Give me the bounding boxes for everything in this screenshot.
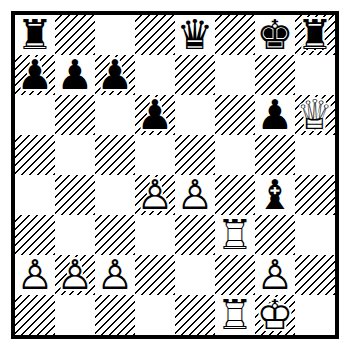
piece-black-rook[interactable]: ♜♜ <box>295 15 335 55</box>
square-d6[interactable]: ♟♟ <box>135 95 175 135</box>
piece-white-king[interactable]: ♚♔ <box>255 295 295 335</box>
square-h3[interactable] <box>295 215 335 255</box>
square-h5[interactable] <box>295 135 335 175</box>
square-e6[interactable] <box>175 95 215 135</box>
square-h8[interactable]: ♜♜ <box>295 15 335 55</box>
piece-glyph: ♕ <box>295 95 335 135</box>
square-f1[interactable]: ♜♖ <box>215 295 255 335</box>
square-e7[interactable] <box>175 55 215 95</box>
square-h6[interactable]: ♛♕ <box>295 95 335 135</box>
piece-black-queen[interactable]: ♛♛ <box>175 15 215 55</box>
square-a6[interactable] <box>15 95 55 135</box>
piece-black-pawn[interactable]: ♟♟ <box>255 95 295 135</box>
piece-black-king[interactable]: ♚♚ <box>255 15 295 55</box>
piece-glyph: ♟ <box>135 95 175 135</box>
piece-black-pawn[interactable]: ♟♟ <box>135 95 175 135</box>
piece-glyph: ♙ <box>95 255 135 295</box>
square-a2[interactable]: ♟♙ <box>15 255 55 295</box>
piece-black-pawn[interactable]: ♟♟ <box>15 55 55 95</box>
square-e3[interactable] <box>175 215 215 255</box>
square-e5[interactable] <box>175 135 215 175</box>
piece-glyph: ♙ <box>135 175 175 215</box>
square-a3[interactable] <box>15 215 55 255</box>
piece-glyph: ♙ <box>255 255 295 295</box>
square-d7[interactable] <box>135 55 175 95</box>
square-a4[interactable] <box>15 175 55 215</box>
square-f4[interactable] <box>215 175 255 215</box>
square-a1[interactable] <box>15 295 55 335</box>
square-a8[interactable]: ♜♜ <box>15 15 55 55</box>
piece-glyph: ♟ <box>95 55 135 95</box>
square-b8[interactable] <box>55 15 95 55</box>
piece-white-pawn[interactable]: ♟♙ <box>135 175 175 215</box>
square-b3[interactable] <box>55 215 95 255</box>
square-c6[interactable] <box>95 95 135 135</box>
square-d4[interactable]: ♟♙ <box>135 175 175 215</box>
piece-glyph: ♖ <box>215 215 255 255</box>
square-b2[interactable]: ♟♙ <box>55 255 95 295</box>
square-d5[interactable] <box>135 135 175 175</box>
square-c8[interactable] <box>95 15 135 55</box>
piece-white-pawn[interactable]: ♟♙ <box>55 255 95 295</box>
square-f5[interactable] <box>215 135 255 175</box>
square-f2[interactable] <box>215 255 255 295</box>
square-b6[interactable] <box>55 95 95 135</box>
square-g2[interactable]: ♟♙ <box>255 255 295 295</box>
square-b1[interactable] <box>55 295 95 335</box>
square-g1[interactable]: ♚♔ <box>255 295 295 335</box>
piece-glyph: ♝ <box>255 175 295 215</box>
square-b5[interactable] <box>55 135 95 175</box>
square-h4[interactable] <box>295 175 335 215</box>
piece-glyph: ♟ <box>255 95 295 135</box>
square-d1[interactable] <box>135 295 175 335</box>
piece-glyph: ♙ <box>55 255 95 295</box>
piece-glyph: ♛ <box>175 15 215 55</box>
piece-white-pawn[interactable]: ♟♙ <box>15 255 55 295</box>
square-c3[interactable] <box>95 215 135 255</box>
piece-glyph: ♙ <box>175 175 215 215</box>
square-f6[interactable] <box>215 95 255 135</box>
chess-board: ♜♜♛♛♚♚♜♜♟♟♟♟♟♟♟♟♟♟♛♕♟♙♟♙♝♝♜♖♟♙♟♙♟♙♟♙♜♖♚♔ <box>15 15 335 335</box>
square-c1[interactable] <box>95 295 135 335</box>
square-g6[interactable]: ♟♟ <box>255 95 295 135</box>
square-c4[interactable] <box>95 175 135 215</box>
square-g8[interactable]: ♚♚ <box>255 15 295 55</box>
piece-white-pawn[interactable]: ♟♙ <box>255 255 295 295</box>
piece-glyph: ♚ <box>255 15 295 55</box>
piece-glyph: ♔ <box>255 295 295 335</box>
square-e2[interactable] <box>175 255 215 295</box>
chess-diagram: ♜♜♛♛♚♚♜♜♟♟♟♟♟♟♟♟♟♟♛♕♟♙♟♙♝♝♜♖♟♙♟♙♟♙♟♙♜♖♚♔ <box>0 0 350 350</box>
square-b4[interactable] <box>55 175 95 215</box>
square-b7[interactable]: ♟♟ <box>55 55 95 95</box>
piece-glyph: ♟ <box>15 55 55 95</box>
square-f8[interactable] <box>215 15 255 55</box>
square-c7[interactable]: ♟♟ <box>95 55 135 95</box>
piece-white-rook[interactable]: ♜♖ <box>215 215 255 255</box>
piece-glyph: ♟ <box>55 55 95 95</box>
square-g7[interactable] <box>255 55 295 95</box>
piece-white-pawn[interactable]: ♟♙ <box>95 255 135 295</box>
board-frame: ♜♜♛♛♚♚♜♜♟♟♟♟♟♟♟♟♟♟♛♕♟♙♟♙♝♝♜♖♟♙♟♙♟♙♟♙♜♖♚♔ <box>11 11 339 339</box>
square-e1[interactable] <box>175 295 215 335</box>
piece-white-pawn[interactable]: ♟♙ <box>175 175 215 215</box>
square-c5[interactable] <box>95 135 135 175</box>
piece-black-pawn[interactable]: ♟♟ <box>95 55 135 95</box>
square-f7[interactable] <box>215 55 255 95</box>
piece-black-pawn[interactable]: ♟♟ <box>55 55 95 95</box>
square-g3[interactable] <box>255 215 295 255</box>
square-a5[interactable] <box>15 135 55 175</box>
square-d3[interactable] <box>135 215 175 255</box>
piece-glyph: ♜ <box>295 15 335 55</box>
square-h2[interactable] <box>295 255 335 295</box>
piece-glyph: ♜ <box>15 15 55 55</box>
piece-glyph: ♖ <box>215 295 255 335</box>
piece-black-bishop[interactable]: ♝♝ <box>255 175 295 215</box>
square-c2[interactable]: ♟♙ <box>95 255 135 295</box>
square-d2[interactable] <box>135 255 175 295</box>
square-f3[interactable]: ♜♖ <box>215 215 255 255</box>
piece-glyph: ♙ <box>15 255 55 295</box>
square-g5[interactable] <box>255 135 295 175</box>
square-e8[interactable]: ♛♛ <box>175 15 215 55</box>
piece-black-rook[interactable]: ♜♜ <box>15 15 55 55</box>
square-e4[interactable]: ♟♙ <box>175 175 215 215</box>
piece-white-rook[interactable]: ♜♖ <box>215 295 255 335</box>
square-g4[interactable]: ♝♝ <box>255 175 295 215</box>
piece-white-queen[interactable]: ♛♕ <box>295 95 335 135</box>
square-h1[interactable] <box>295 295 335 335</box>
square-d8[interactable] <box>135 15 175 55</box>
square-h7[interactable] <box>295 55 335 95</box>
square-a7[interactable]: ♟♟ <box>15 55 55 95</box>
